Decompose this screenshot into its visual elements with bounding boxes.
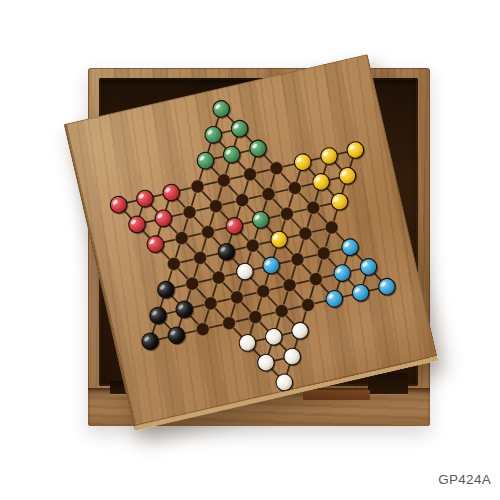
- box-inner-edge: [303, 390, 370, 400]
- peg-black[interactable]: [140, 331, 161, 353]
- box-slot-right: [368, 373, 408, 394]
- board-holes: [95, 74, 411, 418]
- peg-yellow[interactable]: [345, 140, 366, 162]
- product-photo: GP424A: [0, 0, 500, 500]
- product-code-label: GP424A: [438, 472, 491, 487]
